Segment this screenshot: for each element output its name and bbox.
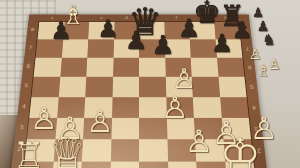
rank-label-right-5: 5 (247, 84, 257, 89)
square-d5[interactable] (112, 77, 139, 97)
piece-white-pawn-f4[interactable]: ♙ (171, 65, 198, 92)
piece-white-pawn-c2[interactable]: ♙ (85, 107, 115, 137)
piece-black-pawn-captured-0: ♟ (252, 6, 265, 19)
piece-black-pawn-a7[interactable]: ♟ (49, 19, 73, 43)
rank-label-right-6: 6 (245, 64, 254, 69)
piece-black-knight-captured-2: ♞ (262, 33, 277, 48)
square-h6[interactable] (217, 58, 245, 77)
square-f1[interactable] (168, 162, 198, 168)
piece-black-pawn-e6[interactable]: ♟ (150, 32, 176, 58)
square-a6[interactable] (34, 58, 62, 77)
square-d6[interactable] (113, 58, 139, 77)
square-b6[interactable] (60, 58, 87, 77)
piece-white-queen-b1[interactable]: ♕ (46, 133, 88, 168)
square-a5[interactable] (31, 77, 59, 97)
rank-label-right-4: 4 (249, 104, 259, 110)
square-d1[interactable] (110, 162, 139, 168)
rank-label-left-6: 6 (24, 64, 33, 69)
square-h5[interactable] (218, 77, 246, 97)
piece-black-pawn-g6[interactable]: ♟ (210, 31, 235, 56)
piece-white-pawn-e3[interactable]: ♙ (160, 93, 190, 123)
square-e6[interactable] (139, 58, 165, 77)
piece-white-pawn-captured-3: ♙ (248, 47, 262, 61)
rank-label-left-3: 3 (17, 125, 27, 131)
piece-white-king-g1[interactable]: ♔ (217, 132, 263, 168)
rank-label-left-4: 4 (19, 104, 29, 110)
square-d3[interactable] (111, 118, 139, 140)
piece-black-pawn-c7[interactable]: ♟ (96, 17, 120, 41)
square-b5[interactable] (58, 77, 86, 97)
square-e1[interactable] (139, 162, 168, 168)
square-c5[interactable] (85, 77, 112, 97)
rank-label-left-8: 8 (28, 28, 37, 33)
rank-label-left-5: 5 (21, 84, 31, 89)
square-d4[interactable] (112, 97, 139, 118)
piece-white-bishop-captured-5: ♗ (255, 63, 271, 79)
square-e2[interactable] (139, 139, 168, 161)
piece-white-rook-a1[interactable]: ♖ (11, 138, 47, 168)
chessboard-photo: 8877665544332211abcdefgh ♗♟♟♛♟♚♜♟♟♟♟♙♙♙♙… (0, 0, 300, 168)
piece-black-pawn-d6[interactable]: ♟ (124, 28, 149, 53)
square-d2[interactable] (110, 139, 139, 161)
square-c6[interactable] (86, 58, 113, 77)
rank-label-left-7: 7 (26, 46, 35, 51)
